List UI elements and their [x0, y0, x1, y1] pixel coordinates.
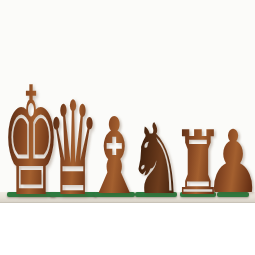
pawn-piece: ♟ [204, 121, 255, 208]
chess-set-photo: ♚♛♝♞♜♟ [0, 0, 255, 255]
